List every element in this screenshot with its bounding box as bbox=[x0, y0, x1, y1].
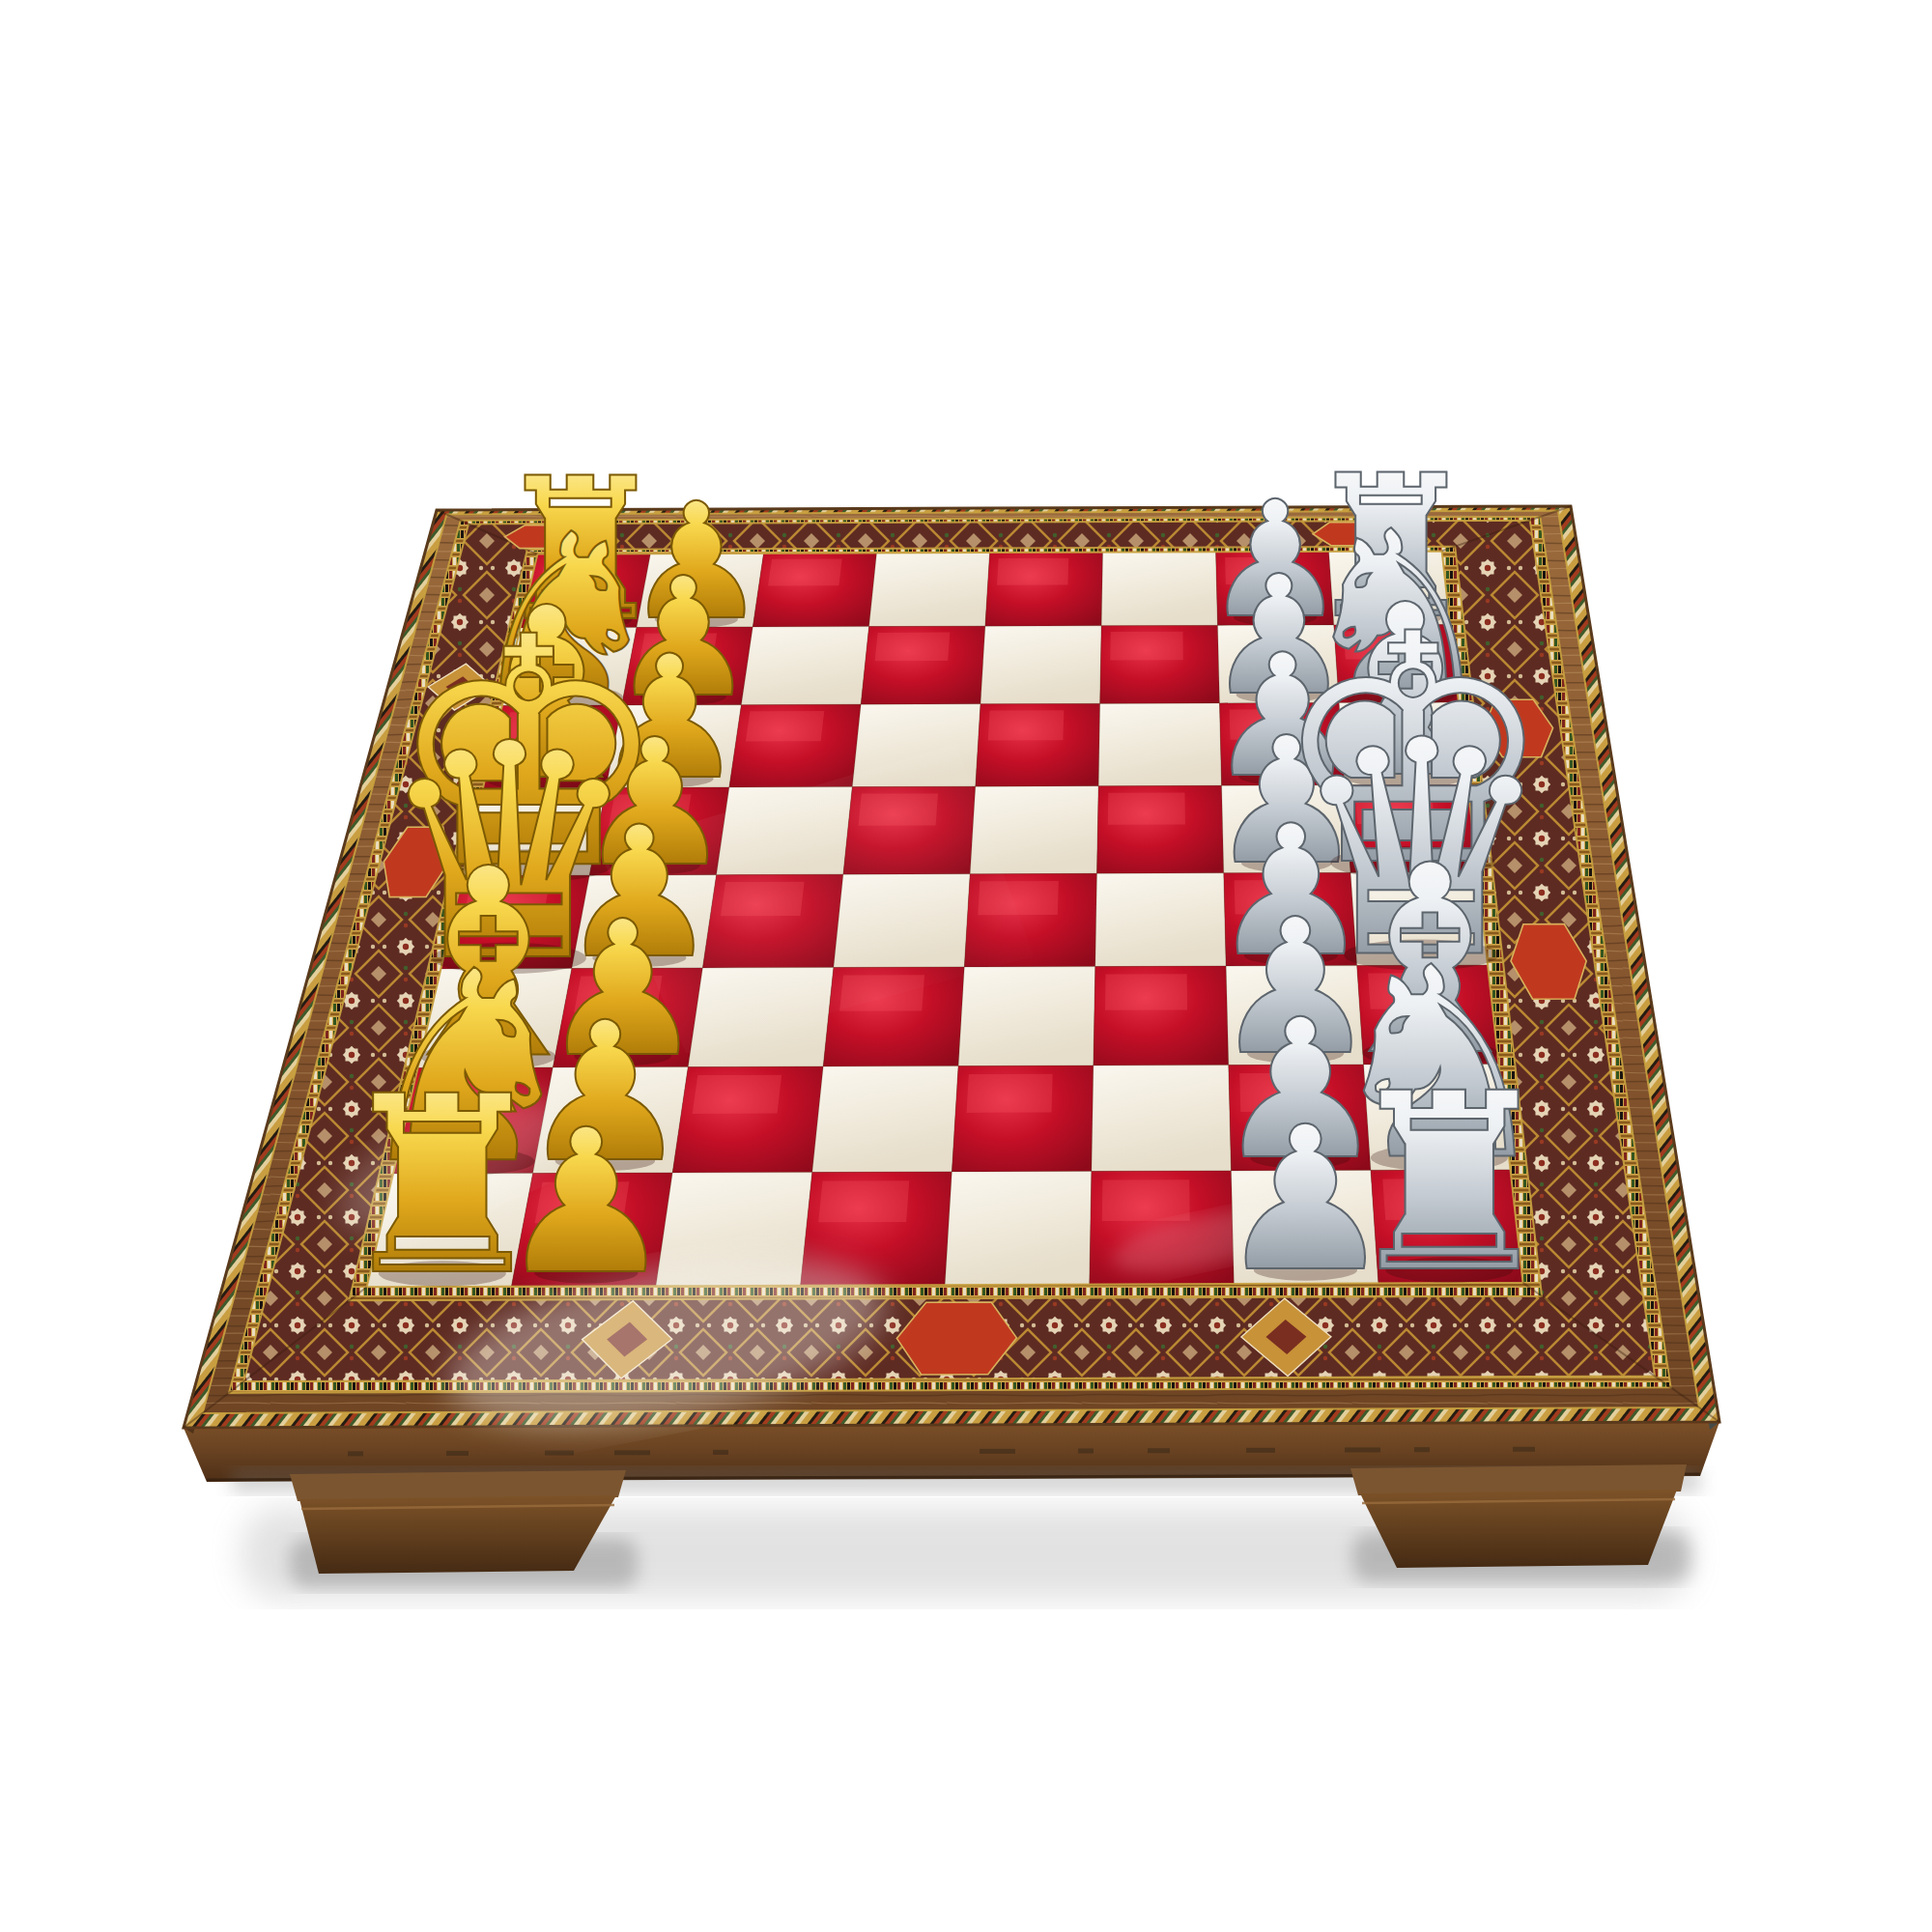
piece-gold-pawn-a2[interactable]: ♟ bbox=[497, 1087, 675, 1319]
square-b6[interactable] bbox=[1092, 1065, 1232, 1172]
chessboard-scene: overhead-angle photo of a mosaic inlaid … bbox=[0, 0, 1932, 1932]
square-g5[interactable] bbox=[980, 626, 1101, 704]
square-b4[interactable] bbox=[812, 1066, 958, 1173]
square-d6[interactable] bbox=[1095, 873, 1226, 967]
piece-silver-rook-a8[interactable]: ♜ bbox=[1339, 1040, 1559, 1326]
square-f6[interactable] bbox=[1098, 703, 1221, 786]
square-a5[interactable] bbox=[945, 1172, 1092, 1286]
chessboard-photo: ♜♟♟♜♞♟♟♞♝♟♟♝♚♟♟♚♛♟♟♛♝♟♟♝♞♟♟♞♜♟♟♜ bbox=[0, 0, 1932, 1932]
square-h6[interactable] bbox=[1101, 552, 1217, 626]
square-h4[interactable] bbox=[869, 553, 990, 627]
square-c5[interactable] bbox=[958, 967, 1095, 1066]
